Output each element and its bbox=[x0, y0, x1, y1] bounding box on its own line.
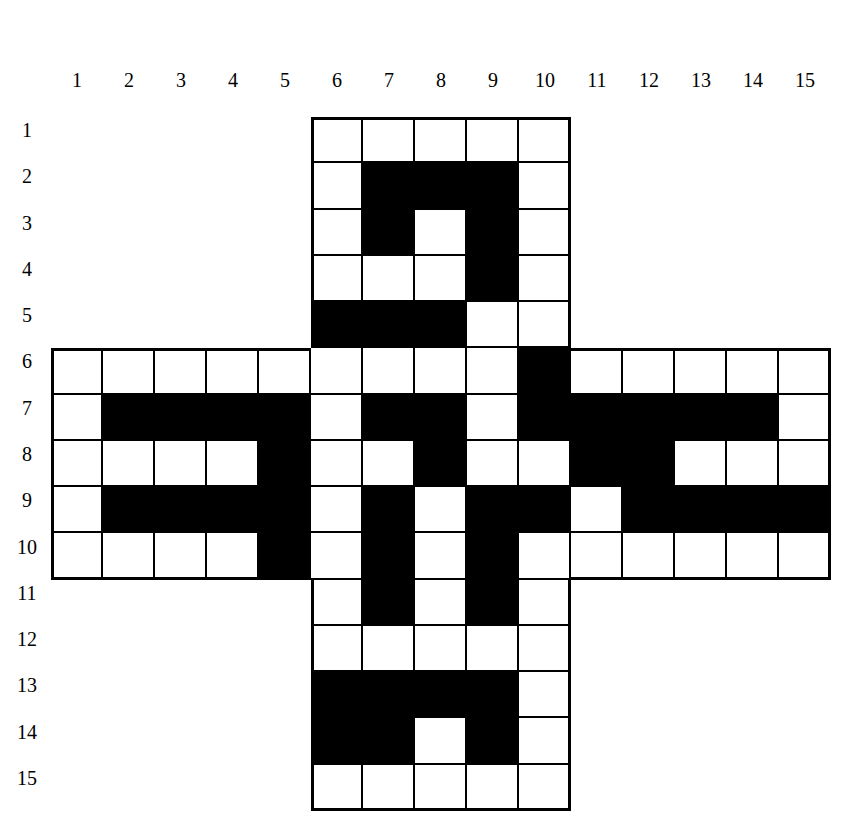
grid-cell-open[interactable] bbox=[311, 765, 363, 811]
grid-cell-block bbox=[519, 395, 571, 441]
grid-cell-void bbox=[155, 765, 207, 811]
grid-cell-open[interactable] bbox=[519, 117, 571, 163]
grid-cell-void bbox=[779, 302, 831, 348]
grid-cell-block bbox=[363, 395, 415, 441]
grid-cell-void bbox=[259, 117, 311, 163]
grid-cell-void bbox=[51, 163, 103, 209]
grid-cell-void bbox=[51, 672, 103, 718]
grid-cell-block bbox=[571, 395, 623, 441]
grid-cell-void bbox=[727, 765, 779, 811]
grid-cell-open[interactable] bbox=[571, 533, 623, 579]
grid-cell-block bbox=[363, 580, 415, 626]
grid-cell-open[interactable] bbox=[363, 441, 415, 487]
grid-cell-void bbox=[207, 672, 259, 718]
grid-cell-void bbox=[155, 718, 207, 764]
grid-cell-block bbox=[259, 487, 311, 533]
grid-cell-void bbox=[623, 302, 675, 348]
grid-cell-block bbox=[467, 487, 519, 533]
grid-cell-void bbox=[727, 210, 779, 256]
grid-cell-open[interactable] bbox=[519, 210, 571, 256]
row-label-6: 6 bbox=[10, 351, 44, 371]
grid-cell-open[interactable] bbox=[415, 487, 467, 533]
col-label-5: 5 bbox=[259, 66, 311, 94]
grid-cell-open[interactable] bbox=[415, 210, 467, 256]
row-label-2: 2 bbox=[10, 166, 44, 186]
grid-cell-void bbox=[103, 626, 155, 672]
grid-cell-open[interactable] bbox=[519, 163, 571, 209]
row-label-5: 5 bbox=[10, 305, 44, 325]
grid-cell-open[interactable] bbox=[519, 626, 571, 672]
grid-cell-block bbox=[311, 718, 363, 764]
grid-cell-open[interactable] bbox=[415, 348, 467, 394]
puzzle-grid bbox=[51, 117, 831, 811]
grid-cell-void bbox=[103, 765, 155, 811]
grid-cell-void bbox=[779, 210, 831, 256]
grid-cell-void bbox=[623, 626, 675, 672]
grid-cell-void bbox=[155, 163, 207, 209]
grid-cell-open[interactable] bbox=[155, 533, 207, 579]
grid-cell-block bbox=[519, 487, 571, 533]
grid-cell-void bbox=[623, 718, 675, 764]
col-label-3: 3 bbox=[155, 66, 207, 94]
grid-cell-open[interactable] bbox=[363, 626, 415, 672]
grid-cell-open[interactable] bbox=[311, 487, 363, 533]
grid-cell-block bbox=[363, 487, 415, 533]
grid-cell-void bbox=[207, 256, 259, 302]
grid-cell-block bbox=[415, 672, 467, 718]
grid-cell-open[interactable] bbox=[51, 487, 103, 533]
col-label-8: 8 bbox=[415, 66, 467, 94]
grid-cell-block bbox=[311, 302, 363, 348]
grid-cell-open[interactable] bbox=[415, 765, 467, 811]
grid-cell-block bbox=[259, 395, 311, 441]
grid-cell-open[interactable] bbox=[467, 117, 519, 163]
grid-cell-void bbox=[155, 117, 207, 163]
grid-cell-block bbox=[103, 395, 155, 441]
grid-cell-open[interactable] bbox=[467, 765, 519, 811]
grid-cell-block bbox=[467, 256, 519, 302]
grid-cell-open[interactable] bbox=[779, 533, 831, 579]
grid-cell-block bbox=[623, 487, 675, 533]
grid-cell-void bbox=[623, 765, 675, 811]
grid-cell-open[interactable] bbox=[519, 718, 571, 764]
grid-cell-void bbox=[259, 672, 311, 718]
grid-cell-open[interactable] bbox=[311, 395, 363, 441]
grid-cell-block bbox=[467, 210, 519, 256]
grid-cell-open[interactable] bbox=[207, 441, 259, 487]
col-label-13: 13 bbox=[675, 66, 727, 94]
grid-cell-block bbox=[363, 210, 415, 256]
grid-cell-open[interactable] bbox=[727, 533, 779, 579]
col-label-7: 7 bbox=[363, 66, 415, 94]
row-label-8: 8 bbox=[10, 444, 44, 464]
grid-cell-open[interactable] bbox=[363, 117, 415, 163]
grid-cell-void bbox=[51, 210, 103, 256]
grid-cell-void bbox=[259, 718, 311, 764]
grid-cell-void bbox=[571, 256, 623, 302]
grid-cell-void bbox=[675, 302, 727, 348]
grid-cell-void bbox=[779, 718, 831, 764]
grid-cell-open[interactable] bbox=[727, 441, 779, 487]
grid-cell-void bbox=[207, 580, 259, 626]
grid-cell-block bbox=[415, 163, 467, 209]
grid-cell-open[interactable] bbox=[623, 533, 675, 579]
grid-cell-open[interactable] bbox=[311, 163, 363, 209]
grid-cell-open[interactable] bbox=[51, 348, 103, 394]
grid-cell-open[interactable] bbox=[415, 256, 467, 302]
grid-cell-void bbox=[727, 163, 779, 209]
grid-cell-open[interactable] bbox=[415, 580, 467, 626]
grid-cell-void bbox=[623, 672, 675, 718]
grid-cell-block bbox=[363, 718, 415, 764]
grid-cell-void bbox=[571, 210, 623, 256]
grid-cell-open[interactable] bbox=[103, 533, 155, 579]
grid-cell-open[interactable] bbox=[675, 348, 727, 394]
grid-cell-block bbox=[727, 395, 779, 441]
grid-cell-void bbox=[571, 580, 623, 626]
grid-cell-void bbox=[727, 672, 779, 718]
grid-cell-open[interactable] bbox=[571, 348, 623, 394]
grid-cell-void bbox=[51, 256, 103, 302]
grid-cell-void bbox=[155, 580, 207, 626]
grid-cell-open[interactable] bbox=[259, 348, 311, 394]
grid-cell-void bbox=[155, 626, 207, 672]
grid-cell-open[interactable] bbox=[467, 302, 519, 348]
grid-cell-void bbox=[155, 210, 207, 256]
grid-cell-void bbox=[727, 580, 779, 626]
grid-cell-void bbox=[207, 163, 259, 209]
grid-cell-void bbox=[727, 302, 779, 348]
grid-cell-void bbox=[779, 626, 831, 672]
grid-cell-block bbox=[623, 395, 675, 441]
grid-cell-void bbox=[103, 672, 155, 718]
grid-cell-void bbox=[259, 163, 311, 209]
grid-cell-open[interactable] bbox=[311, 580, 363, 626]
grid-cell-block bbox=[155, 395, 207, 441]
grid-cell-void bbox=[259, 302, 311, 348]
grid-cell-open[interactable] bbox=[311, 348, 363, 394]
grid-cell-block bbox=[675, 487, 727, 533]
grid-cell-void bbox=[259, 580, 311, 626]
grid-cell-void bbox=[207, 718, 259, 764]
grid-cell-void bbox=[103, 256, 155, 302]
row-label-12: 12 bbox=[10, 629, 44, 649]
grid-cell-open[interactable] bbox=[519, 672, 571, 718]
grid-cell-void bbox=[623, 117, 675, 163]
grid-cell-open[interactable] bbox=[467, 441, 519, 487]
grid-cell-void bbox=[727, 117, 779, 163]
grid-cell-block bbox=[363, 672, 415, 718]
grid-cell-void bbox=[779, 672, 831, 718]
grid-cell-open[interactable] bbox=[467, 626, 519, 672]
grid-cell-void bbox=[623, 210, 675, 256]
grid-cell-open[interactable] bbox=[103, 348, 155, 394]
grid-cell-open[interactable] bbox=[415, 117, 467, 163]
grid-cell-void bbox=[103, 302, 155, 348]
row-label-1: 1 bbox=[10, 120, 44, 140]
grid-cell-block bbox=[467, 580, 519, 626]
grid-cell-open[interactable] bbox=[51, 533, 103, 579]
grid-cell-open[interactable] bbox=[103, 441, 155, 487]
grid-cell-void bbox=[779, 117, 831, 163]
grid-cell-block bbox=[623, 441, 675, 487]
grid-cell-void bbox=[259, 210, 311, 256]
grid-cell-open[interactable] bbox=[363, 765, 415, 811]
grid-cell-open[interactable] bbox=[207, 348, 259, 394]
grid-cell-void bbox=[207, 302, 259, 348]
grid-cell-void bbox=[779, 163, 831, 209]
col-label-14: 14 bbox=[727, 66, 779, 94]
grid-cell-open[interactable] bbox=[519, 302, 571, 348]
grid-cell-open[interactable] bbox=[311, 533, 363, 579]
grid-cell-block bbox=[779, 487, 831, 533]
grid-cell-open[interactable] bbox=[311, 256, 363, 302]
grid-cell-block bbox=[103, 487, 155, 533]
grid-cell-void bbox=[571, 626, 623, 672]
grid-cell-void bbox=[675, 210, 727, 256]
puzzle-page: 123456789101112131415 123456789101112131… bbox=[0, 0, 864, 835]
grid-cell-void bbox=[155, 672, 207, 718]
grid-cell-open[interactable] bbox=[571, 487, 623, 533]
grid-cell-void bbox=[51, 626, 103, 672]
grid-cell-block bbox=[207, 487, 259, 533]
grid-cell-void bbox=[675, 117, 727, 163]
col-label-11: 11 bbox=[571, 66, 623, 94]
grid-cell-open[interactable] bbox=[779, 348, 831, 394]
grid-cell-void bbox=[207, 626, 259, 672]
grid-cell-block bbox=[363, 302, 415, 348]
grid-cell-open[interactable] bbox=[519, 580, 571, 626]
grid-cell-open[interactable] bbox=[675, 533, 727, 579]
grid-cell-void bbox=[571, 302, 623, 348]
row-label-14: 14 bbox=[10, 722, 44, 742]
grid-cell-void bbox=[623, 163, 675, 209]
grid-cell-open[interactable] bbox=[311, 210, 363, 256]
row-label-3: 3 bbox=[10, 213, 44, 233]
grid-cell-open[interactable] bbox=[415, 718, 467, 764]
grid-cell-void bbox=[727, 256, 779, 302]
grid-cell-void bbox=[103, 210, 155, 256]
grid-cell-open[interactable] bbox=[467, 395, 519, 441]
grid-cell-block bbox=[519, 348, 571, 394]
grid-cell-block bbox=[675, 395, 727, 441]
grid-cell-open[interactable] bbox=[155, 441, 207, 487]
grid-cell-block bbox=[467, 672, 519, 718]
grid-cell-void bbox=[675, 163, 727, 209]
grid-cell-void bbox=[155, 256, 207, 302]
row-label-4: 4 bbox=[10, 259, 44, 279]
grid-cell-block bbox=[363, 533, 415, 579]
col-label-12: 12 bbox=[623, 66, 675, 94]
grid-cell-open[interactable] bbox=[519, 533, 571, 579]
grid-cell-void bbox=[675, 256, 727, 302]
grid-cell-open[interactable] bbox=[467, 348, 519, 394]
grid-cell-void bbox=[207, 210, 259, 256]
row-label-15: 15 bbox=[10, 768, 44, 788]
col-label-2: 2 bbox=[103, 66, 155, 94]
grid-cell-open[interactable] bbox=[415, 533, 467, 579]
grid-cell-open[interactable] bbox=[51, 441, 103, 487]
grid-cell-open[interactable] bbox=[311, 117, 363, 163]
grid-cell-block bbox=[727, 487, 779, 533]
row-label-10: 10 bbox=[10, 537, 44, 557]
grid-cell-block bbox=[311, 672, 363, 718]
grid-cell-open[interactable] bbox=[363, 256, 415, 302]
grid-cell-void bbox=[259, 626, 311, 672]
grid-cell-open[interactable] bbox=[675, 441, 727, 487]
grid-cell-open[interactable] bbox=[519, 765, 571, 811]
col-label-10: 10 bbox=[519, 66, 571, 94]
grid-cell-void bbox=[779, 765, 831, 811]
grid-cell-void bbox=[259, 256, 311, 302]
grid-cell-open[interactable] bbox=[311, 626, 363, 672]
grid-cell-void bbox=[155, 302, 207, 348]
row-label-7: 7 bbox=[10, 398, 44, 418]
grid-cell-void bbox=[675, 580, 727, 626]
row-label-11: 11 bbox=[10, 583, 44, 603]
grid-cell-open[interactable] bbox=[51, 395, 103, 441]
grid-cell-void bbox=[571, 765, 623, 811]
grid-cell-block bbox=[415, 395, 467, 441]
row-label-13: 13 bbox=[10, 675, 44, 695]
grid-cell-void bbox=[779, 256, 831, 302]
grid-cell-void bbox=[623, 256, 675, 302]
grid-cell-open[interactable] bbox=[779, 395, 831, 441]
col-label-4: 4 bbox=[207, 66, 259, 94]
grid-cell-void bbox=[571, 672, 623, 718]
grid-cell-void bbox=[207, 117, 259, 163]
grid-cell-void bbox=[571, 718, 623, 764]
grid-cell-block bbox=[207, 395, 259, 441]
grid-cell-void bbox=[51, 302, 103, 348]
grid-cell-block bbox=[155, 487, 207, 533]
grid-cell-block bbox=[363, 163, 415, 209]
grid-cell-open[interactable] bbox=[623, 348, 675, 394]
col-label-9: 9 bbox=[467, 66, 519, 94]
grid-cell-open[interactable] bbox=[519, 441, 571, 487]
grid-cell-open[interactable] bbox=[155, 348, 207, 394]
grid-cell-void bbox=[259, 765, 311, 811]
grid-cell-void bbox=[675, 718, 727, 764]
grid-cell-block bbox=[467, 163, 519, 209]
row-label-9: 9 bbox=[10, 490, 44, 510]
grid-cell-open[interactable] bbox=[727, 348, 779, 394]
column-labels: 123456789101112131415 bbox=[51, 66, 831, 94]
grid-cell-void bbox=[727, 626, 779, 672]
row-labels: 123456789101112131415 bbox=[10, 117, 44, 812]
grid-cell-block bbox=[415, 441, 467, 487]
grid-cell-void bbox=[571, 117, 623, 163]
grid-cell-void bbox=[103, 718, 155, 764]
grid-cell-block bbox=[571, 441, 623, 487]
grid-cell-void bbox=[779, 580, 831, 626]
grid-cell-void bbox=[675, 672, 727, 718]
grid-cell-void bbox=[103, 117, 155, 163]
grid-cell-void bbox=[571, 163, 623, 209]
grid-cell-block bbox=[415, 302, 467, 348]
grid-cell-open[interactable] bbox=[363, 348, 415, 394]
grid-cell-block bbox=[259, 533, 311, 579]
grid-cell-open[interactable] bbox=[415, 626, 467, 672]
grid-cell-open[interactable] bbox=[519, 256, 571, 302]
col-label-6: 6 bbox=[311, 66, 363, 94]
col-label-1: 1 bbox=[51, 66, 103, 94]
grid-cell-void bbox=[623, 580, 675, 626]
grid-cell-void bbox=[51, 718, 103, 764]
grid-cell-block bbox=[467, 718, 519, 764]
grid-cell-void bbox=[675, 765, 727, 811]
grid-cell-block bbox=[259, 441, 311, 487]
grid-cell-void bbox=[675, 626, 727, 672]
grid-cell-void bbox=[51, 765, 103, 811]
grid-cell-void bbox=[103, 163, 155, 209]
grid-cell-open[interactable] bbox=[311, 441, 363, 487]
grid-cell-void bbox=[103, 580, 155, 626]
grid-cell-void bbox=[51, 580, 103, 626]
grid-cell-void bbox=[727, 718, 779, 764]
grid-cell-void bbox=[51, 117, 103, 163]
col-label-15: 15 bbox=[779, 66, 831, 94]
grid-cell-open[interactable] bbox=[779, 441, 831, 487]
grid-cell-void bbox=[207, 765, 259, 811]
grid-cell-open[interactable] bbox=[207, 533, 259, 579]
grid-cell-block bbox=[467, 533, 519, 579]
